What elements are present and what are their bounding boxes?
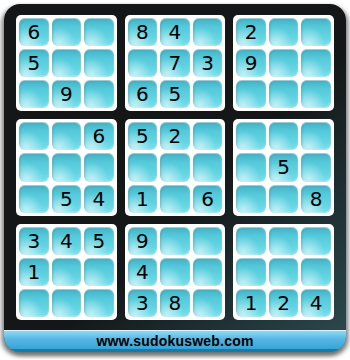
- cell-r3c1[interactable]: [19, 80, 49, 108]
- cell-r1c9[interactable]: [301, 18, 331, 46]
- cell-r6c9[interactable]: 8: [301, 185, 331, 213]
- cell-r8c6[interactable]: [193, 258, 223, 286]
- cell-r9c6[interactable]: [193, 289, 223, 317]
- cell-r5c3[interactable]: [84, 153, 114, 181]
- cell-r9c2[interactable]: [52, 289, 82, 317]
- cell-r2c2[interactable]: [52, 49, 82, 77]
- cell-r7c9[interactable]: [301, 227, 331, 255]
- box-2: 847365: [125, 15, 226, 111]
- cell-r4c5[interactable]: 2: [160, 122, 190, 150]
- cell-r5c7[interactable]: [236, 153, 266, 181]
- cell-r7c7[interactable]: [236, 227, 266, 255]
- cell-r3c2[interactable]: 9: [52, 80, 82, 108]
- cell-r2c9[interactable]: [301, 49, 331, 77]
- cell-r5c6[interactable]: [193, 153, 223, 181]
- cell-r5c2[interactable]: [52, 153, 82, 181]
- cell-r8c4[interactable]: 4: [128, 258, 158, 286]
- cell-r8c1[interactable]: 1: [19, 258, 49, 286]
- cell-r2c3[interactable]: [84, 49, 114, 77]
- sudoku-board: 6598473652965452165834519438124: [4, 4, 346, 330]
- box-6: 58: [233, 119, 334, 215]
- cell-r5c1[interactable]: [19, 153, 49, 181]
- cell-r9c7[interactable]: 1: [236, 289, 266, 317]
- cell-r1c2[interactable]: [52, 18, 82, 46]
- box-1: 659: [16, 15, 117, 111]
- footer-band: www.sudokusweb.com: [4, 330, 346, 352]
- cell-r8c3[interactable]: [84, 258, 114, 286]
- cell-r6c1[interactable]: [19, 185, 49, 213]
- cell-r1c5[interactable]: 4: [160, 18, 190, 46]
- cell-r5c8[interactable]: 5: [269, 153, 299, 181]
- board-frame: 6598473652965452165834519438124 www.sudo…: [4, 4, 346, 352]
- cell-r6c3[interactable]: 4: [84, 185, 114, 213]
- cell-r2c4[interactable]: [128, 49, 158, 77]
- cell-r7c3[interactable]: 5: [84, 227, 114, 255]
- cell-r3c7[interactable]: [236, 80, 266, 108]
- cell-r1c7[interactable]: 2: [236, 18, 266, 46]
- cell-r7c8[interactable]: [269, 227, 299, 255]
- cell-r5c4[interactable]: [128, 153, 158, 181]
- cell-r9c9[interactable]: 4: [301, 289, 331, 317]
- cell-r7c4[interactable]: 9: [128, 227, 158, 255]
- cell-r4c4[interactable]: 5: [128, 122, 158, 150]
- cell-r7c6[interactable]: [193, 227, 223, 255]
- cell-r3c6[interactable]: [193, 80, 223, 108]
- cell-r9c5[interactable]: 8: [160, 289, 190, 317]
- cell-r3c3[interactable]: [84, 80, 114, 108]
- cell-r6c2[interactable]: 5: [52, 185, 82, 213]
- cell-r5c9[interactable]: [301, 153, 331, 181]
- cell-r3c5[interactable]: 5: [160, 80, 190, 108]
- cell-r5c5[interactable]: [160, 153, 190, 181]
- cell-r4c8[interactable]: [269, 122, 299, 150]
- cell-r7c5[interactable]: [160, 227, 190, 255]
- cell-r1c3[interactable]: [84, 18, 114, 46]
- cell-r6c5[interactable]: [160, 185, 190, 213]
- cell-r1c1[interactable]: 6: [19, 18, 49, 46]
- cell-r2c6[interactable]: 3: [193, 49, 223, 77]
- cell-r1c8[interactable]: [269, 18, 299, 46]
- cell-r4c6[interactable]: [193, 122, 223, 150]
- cell-r9c4[interactable]: 3: [128, 289, 158, 317]
- cell-r6c7[interactable]: [236, 185, 266, 213]
- cell-r8c5[interactable]: [160, 258, 190, 286]
- cell-r2c7[interactable]: 9: [236, 49, 266, 77]
- cell-r8c8[interactable]: [269, 258, 299, 286]
- cell-r4c3[interactable]: 6: [84, 122, 114, 150]
- sudoku-widget: 6598473652965452165834519438124 www.sudo…: [0, 0, 350, 360]
- website-url: www.sudokusweb.com: [96, 333, 253, 351]
- cell-r8c9[interactable]: [301, 258, 331, 286]
- cell-r9c3[interactable]: [84, 289, 114, 317]
- cell-r8c7[interactable]: [236, 258, 266, 286]
- box-8: 9438: [125, 224, 226, 320]
- cell-r2c5[interactable]: 7: [160, 49, 190, 77]
- cell-r7c2[interactable]: 4: [52, 227, 82, 255]
- cell-r6c6[interactable]: 6: [193, 185, 223, 213]
- box-3: 29: [233, 15, 334, 111]
- cell-r2c1[interactable]: 5: [19, 49, 49, 77]
- cell-r4c7[interactable]: [236, 122, 266, 150]
- box-7: 3451: [16, 224, 117, 320]
- cell-r7c1[interactable]: 3: [19, 227, 49, 255]
- cell-r4c9[interactable]: [301, 122, 331, 150]
- cell-r1c6[interactable]: [193, 18, 223, 46]
- box-4: 654: [16, 119, 117, 215]
- cell-r6c4[interactable]: 1: [128, 185, 158, 213]
- cell-r3c4[interactable]: 6: [128, 80, 158, 108]
- cell-r3c8[interactable]: [269, 80, 299, 108]
- cell-r4c2[interactable]: [52, 122, 82, 150]
- cell-r3c9[interactable]: [301, 80, 331, 108]
- box-5: 5216: [125, 119, 226, 215]
- cell-r2c8[interactable]: [269, 49, 299, 77]
- box-9: 124: [233, 224, 334, 320]
- cell-r8c2[interactable]: [52, 258, 82, 286]
- cell-r6c8[interactable]: [269, 185, 299, 213]
- cell-r9c8[interactable]: 2: [269, 289, 299, 317]
- cell-r9c1[interactable]: [19, 289, 49, 317]
- cell-r1c4[interactable]: 8: [128, 18, 158, 46]
- cell-r4c1[interactable]: [19, 122, 49, 150]
